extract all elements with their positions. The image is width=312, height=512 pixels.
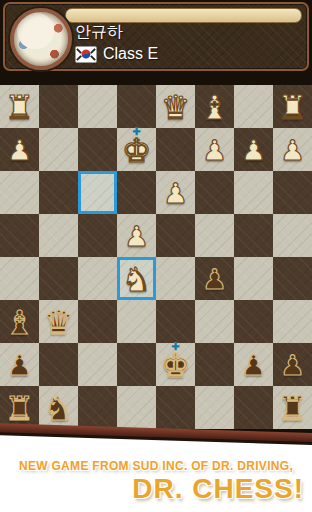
square-b8[interactable] [234,386,273,429]
square-e8[interactable] [117,386,156,429]
square-a2[interactable]: ♟ [273,128,312,171]
square-d6[interactable] [156,300,195,343]
square-h2[interactable]: ♟ [0,128,39,171]
square-c7[interactable] [195,343,234,386]
square-e5[interactable]: ♞ [117,257,156,300]
opponent-class: Class E [103,45,158,63]
square-a8[interactable]: ♜ [273,386,312,429]
square-h4[interactable] [0,214,39,257]
king-cross-icon: ✚ [171,342,179,352]
white-rook: ♜ [273,85,312,128]
king-cross-icon: ✚ [132,127,140,137]
black-pawn: ♟ [195,257,234,300]
square-d5[interactable] [156,257,195,300]
square-e4[interactable]: ♟ [117,214,156,257]
square-b4[interactable] [234,214,273,257]
white-pawn: ♟ [273,128,312,171]
black-pawn: ♟ [273,343,312,386]
opponent-name: 안규하 [75,22,123,43]
white-pawn: ♟ [195,128,234,171]
square-g2[interactable] [39,128,78,171]
square-c2[interactable]: ♟ [195,128,234,171]
square-a3[interactable] [273,171,312,214]
square-b7[interactable]: ♟ [234,343,273,386]
square-b1[interactable] [234,85,273,128]
name-plate [65,8,302,23]
square-c6[interactable] [195,300,234,343]
chess-board: ♜♛♝♜♟♚✚♟♟♟♟♟♞♟♝♛♟♚✚♟♟♜♞♜ [0,85,312,429]
square-c4[interactable] [195,214,234,257]
square-f8[interactable] [78,386,117,429]
square-e6[interactable] [117,300,156,343]
square-g4[interactable] [39,214,78,257]
square-b6[interactable] [234,300,273,343]
square-f5[interactable] [78,257,117,300]
square-g1[interactable] [39,85,78,128]
square-g5[interactable] [39,257,78,300]
square-e7[interactable] [117,343,156,386]
square-h6[interactable]: ♝ [0,300,39,343]
square-d8[interactable] [156,386,195,429]
square-h3[interactable] [0,171,39,214]
square-h1[interactable]: ♜ [0,85,39,128]
square-b3[interactable] [234,171,273,214]
white-pawn: ♟ [234,128,273,171]
white-pawn: ♟ [156,171,195,214]
square-a5[interactable] [273,257,312,300]
ad-text-line2: DR. CHESS! [132,473,304,505]
black-queen: ♛ [39,300,78,343]
square-c1[interactable]: ♝ [195,85,234,128]
square-e1[interactable] [117,85,156,128]
south-korea-flag-icon [75,46,97,63]
opponent-avatar[interactable] [10,8,72,70]
black-bishop: ♝ [0,300,39,343]
white-rook: ♜ [0,85,39,128]
square-g3[interactable] [39,171,78,214]
square-c5[interactable]: ♟ [195,257,234,300]
square-d1[interactable]: ♛ [156,85,195,128]
app-screen: 안규하 Class E ♜♛♝♜♟♚✚♟♟♟♟♟♞♟♝♛♟♚✚♟♟♜♞♜ NEW… [0,0,312,512]
black-knight: ♞ [39,386,78,429]
square-b2[interactable]: ♟ [234,128,273,171]
square-a1[interactable]: ♜ [273,85,312,128]
square-d2[interactable] [156,128,195,171]
square-d7[interactable]: ♚✚ [156,343,195,386]
black-rook: ♜ [273,386,312,429]
square-f4[interactable] [78,214,117,257]
white-knight: ♞ [117,257,156,300]
square-a6[interactable] [273,300,312,343]
square-h5[interactable] [0,257,39,300]
square-e3[interactable] [117,171,156,214]
square-a7[interactable]: ♟ [273,343,312,386]
black-pawn: ♟ [234,343,273,386]
square-g8[interactable]: ♞ [39,386,78,429]
square-h7[interactable]: ♟ [0,343,39,386]
white-pawn: ♟ [0,128,39,171]
square-f3[interactable] [78,171,117,214]
square-a4[interactable] [273,214,312,257]
white-bishop: ♝ [195,85,234,128]
square-d3[interactable]: ♟ [156,171,195,214]
square-f1[interactable] [78,85,117,128]
black-pawn: ♟ [0,343,39,386]
square-c3[interactable] [195,171,234,214]
square-d4[interactable] [156,214,195,257]
square-f2[interactable] [78,128,117,171]
white-pawn: ♟ [117,214,156,257]
square-e2[interactable]: ♚✚ [117,128,156,171]
ad-text-line1: NEW GAME FROM SUD INC. OF DR. DRIVING, [0,459,312,473]
square-g6[interactable]: ♛ [39,300,78,343]
square-g7[interactable] [39,343,78,386]
square-f7[interactable] [78,343,117,386]
square-f6[interactable] [78,300,117,343]
square-c8[interactable] [195,386,234,429]
opponent-info-bar: 안규하 Class E [3,2,309,71]
white-queen: ♛ [156,85,195,128]
square-b5[interactable] [234,257,273,300]
